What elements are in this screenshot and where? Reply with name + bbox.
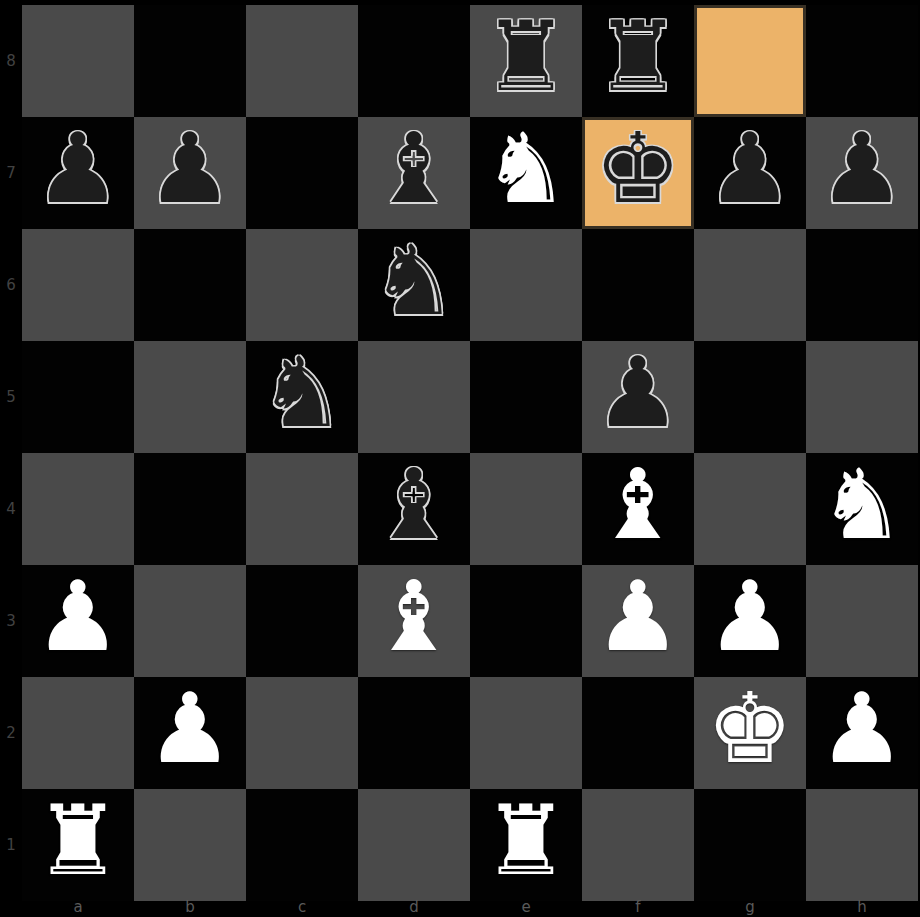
rank-labels: 87654321 [0, 5, 22, 901]
square-a7[interactable]: ♟ [22, 117, 134, 229]
square-h8[interactable] [806, 5, 918, 117]
square-d5[interactable] [358, 341, 470, 453]
white-knight-h4[interactable]: ♞ [819, 449, 906, 561]
white-pawn-g3[interactable]: ♟ [707, 561, 794, 673]
square-f6[interactable] [582, 229, 694, 341]
black-knight-d6[interactable]: ♞ [371, 225, 458, 337]
square-d2[interactable] [358, 677, 470, 789]
square-f4[interactable]: ♝ [582, 453, 694, 565]
white-knight-e7[interactable]: ♞ [483, 113, 570, 225]
rank-label-2: 2 [0, 677, 22, 789]
square-b4[interactable] [134, 453, 246, 565]
square-h5[interactable] [806, 341, 918, 453]
square-b7[interactable]: ♟ [134, 117, 246, 229]
square-g6[interactable] [694, 229, 806, 341]
square-e1[interactable]: ♜ [470, 789, 582, 901]
chess-app-screen: 87654321 ♜♜♟♟♝♞♚♟♟♞♞♟♝♝♞♟♝♟♟♟♚♟♜♜ abcdef… [0, 0, 920, 917]
file-label-g: g [694, 896, 806, 917]
file-label-c: c [246, 896, 358, 917]
file-label-f: f [582, 896, 694, 917]
white-bishop-d3[interactable]: ♝ [371, 561, 458, 673]
square-d6[interactable]: ♞ [358, 229, 470, 341]
square-f2[interactable] [582, 677, 694, 789]
square-g4[interactable] [694, 453, 806, 565]
square-c7[interactable] [246, 117, 358, 229]
square-c5[interactable]: ♞ [246, 341, 358, 453]
square-b3[interactable] [134, 565, 246, 677]
square-e2[interactable] [470, 677, 582, 789]
square-c6[interactable] [246, 229, 358, 341]
white-pawn-b2[interactable]: ♟ [147, 673, 234, 785]
square-g3[interactable]: ♟ [694, 565, 806, 677]
square-e6[interactable] [470, 229, 582, 341]
white-king-g2[interactable]: ♚ [707, 673, 794, 785]
rank-label-6: 6 [0, 229, 22, 341]
square-a5[interactable] [22, 341, 134, 453]
file-label-d: d [358, 896, 470, 917]
square-e4[interactable] [470, 453, 582, 565]
rank-label-8: 8 [0, 5, 22, 117]
square-h7[interactable]: ♟ [806, 117, 918, 229]
file-label-h: h [806, 896, 918, 917]
square-g8[interactable] [694, 5, 806, 117]
square-c2[interactable] [246, 677, 358, 789]
square-a3[interactable]: ♟ [22, 565, 134, 677]
white-pawn-f3[interactable]: ♟ [595, 561, 682, 673]
chess-board: ♜♜♟♟♝♞♚♟♟♞♞♟♝♝♞♟♝♟♟♟♚♟♜♜ [22, 5, 918, 901]
square-e8[interactable]: ♜ [470, 5, 582, 117]
file-label-a: a [22, 896, 134, 917]
square-a8[interactable] [22, 5, 134, 117]
square-b8[interactable] [134, 5, 246, 117]
square-d7[interactable]: ♝ [358, 117, 470, 229]
square-h6[interactable] [806, 229, 918, 341]
square-c8[interactable] [246, 5, 358, 117]
square-f5[interactable]: ♟ [582, 341, 694, 453]
square-c4[interactable] [246, 453, 358, 565]
square-h2[interactable]: ♟ [806, 677, 918, 789]
square-e3[interactable] [470, 565, 582, 677]
white-rook-a1[interactable]: ♜ [35, 785, 122, 897]
square-h3[interactable] [806, 565, 918, 677]
black-bishop-d4[interactable]: ♝ [371, 449, 458, 561]
square-f1[interactable] [582, 789, 694, 901]
square-c3[interactable] [246, 565, 358, 677]
file-label-b: b [134, 896, 246, 917]
square-g1[interactable] [694, 789, 806, 901]
black-pawn-f5[interactable]: ♟ [595, 337, 682, 449]
black-king-f7[interactable]: ♚ [595, 113, 682, 225]
black-pawn-b7[interactable]: ♟ [147, 113, 234, 225]
square-e7[interactable]: ♞ [470, 117, 582, 229]
white-pawn-h2[interactable]: ♟ [819, 673, 906, 785]
rank-label-7: 7 [0, 117, 22, 229]
black-pawn-g7[interactable]: ♟ [707, 113, 794, 225]
square-d8[interactable] [358, 5, 470, 117]
square-e5[interactable] [470, 341, 582, 453]
file-label-e: e [470, 896, 582, 917]
square-a6[interactable] [22, 229, 134, 341]
rank-label-1: 1 [0, 789, 22, 901]
black-bishop-d7[interactable]: ♝ [371, 113, 458, 225]
square-d1[interactable] [358, 789, 470, 901]
black-pawn-a7[interactable]: ♟ [35, 113, 122, 225]
square-g2[interactable]: ♚ [694, 677, 806, 789]
square-d3[interactable]: ♝ [358, 565, 470, 677]
square-f3[interactable]: ♟ [582, 565, 694, 677]
white-pawn-a3[interactable]: ♟ [35, 561, 122, 673]
rank-label-4: 4 [0, 453, 22, 565]
square-g5[interactable] [694, 341, 806, 453]
square-g7[interactable]: ♟ [694, 117, 806, 229]
black-rook-f8[interactable]: ♜ [595, 1, 682, 113]
rank-label-5: 5 [0, 341, 22, 453]
square-b1[interactable] [134, 789, 246, 901]
white-rook-e1[interactable]: ♜ [483, 785, 570, 897]
square-d4[interactable]: ♝ [358, 453, 470, 565]
square-a2[interactable] [22, 677, 134, 789]
square-f8[interactable]: ♜ [582, 5, 694, 117]
rank-label-3: 3 [0, 565, 22, 677]
black-knight-c5[interactable]: ♞ [259, 337, 346, 449]
square-a4[interactable] [22, 453, 134, 565]
square-h1[interactable] [806, 789, 918, 901]
square-a1[interactable]: ♜ [22, 789, 134, 901]
square-b5[interactable] [134, 341, 246, 453]
black-rook-e8[interactable]: ♜ [483, 1, 570, 113]
white-bishop-f4[interactable]: ♝ [595, 449, 682, 561]
black-pawn-h7[interactable]: ♟ [819, 113, 906, 225]
square-b6[interactable] [134, 229, 246, 341]
square-f7[interactable]: ♚ [582, 117, 694, 229]
file-labels: abcdefgh [22, 896, 918, 917]
square-c1[interactable] [246, 789, 358, 901]
square-h4[interactable]: ♞ [806, 453, 918, 565]
square-b2[interactable]: ♟ [134, 677, 246, 789]
